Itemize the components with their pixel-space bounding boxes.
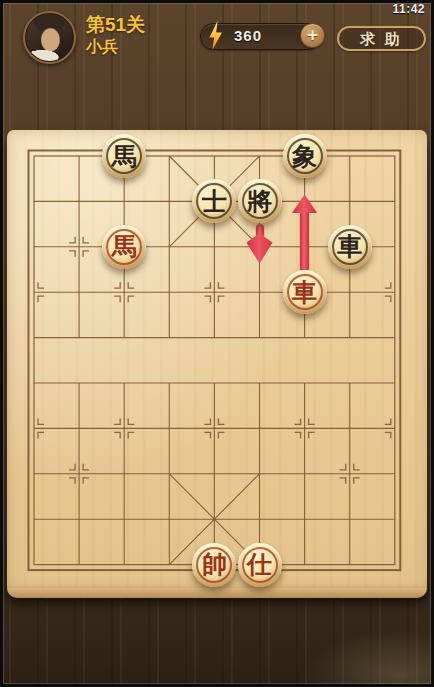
piece-character: 馬 bbox=[112, 234, 137, 259]
energy-value: 360 bbox=[234, 27, 262, 44]
piece-red-general[interactable]: 帥 bbox=[192, 543, 236, 587]
piece-character: 仕 bbox=[247, 552, 272, 577]
avatar[interactable] bbox=[23, 11, 76, 64]
lightning-icon bbox=[207, 21, 224, 50]
piece-character: 帥 bbox=[202, 552, 227, 577]
piece-character: 士 bbox=[202, 189, 227, 214]
piece-character: 象 bbox=[292, 144, 317, 169]
energy-pill: 360 + bbox=[200, 23, 320, 50]
piece-red-chariot[interactable]: 車 bbox=[283, 270, 327, 314]
help-button[interactable]: 求 助 bbox=[337, 26, 426, 51]
piece-black-general[interactable]: 將 bbox=[238, 179, 282, 223]
xiangqi-board[interactable]: 馬象士將車馬車帥仕 bbox=[7, 130, 427, 590]
piece-character: 馬 bbox=[112, 144, 137, 169]
piece-black-horse[interactable]: 馬 bbox=[102, 134, 146, 178]
piece-red-horse[interactable]: 馬 bbox=[102, 225, 146, 269]
screen-glare bbox=[294, 627, 434, 687]
piece-red-advisor[interactable]: 仕 bbox=[238, 543, 282, 587]
avatar-image bbox=[26, 14, 73, 61]
level-label: 第51关 bbox=[86, 12, 145, 38]
add-energy-button[interactable]: + bbox=[300, 23, 325, 48]
player-name: 小兵 bbox=[86, 37, 118, 58]
piece-character: 車 bbox=[292, 280, 317, 305]
status-time: 11:42 bbox=[392, 2, 425, 16]
piece-character: 將 bbox=[247, 189, 272, 214]
piece-black-chariot[interactable]: 車 bbox=[328, 225, 372, 269]
plus-icon: + bbox=[301, 23, 324, 46]
piece-black-elephant[interactable]: 象 bbox=[283, 134, 327, 178]
app-screen: 11:42 第51关 小兵 360 + 求 助 馬象士將車馬車帥仕 bbox=[0, 0, 434, 687]
piece-character: 車 bbox=[337, 234, 362, 259]
